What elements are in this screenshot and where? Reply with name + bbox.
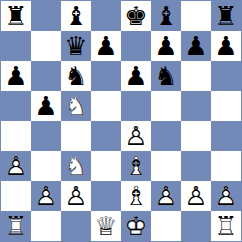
square-f7[interactable]: ♟ <box>151 31 181 61</box>
black-king-glyph: ♚ <box>124 3 147 29</box>
square-h3[interactable] <box>211 151 241 181</box>
square-f2[interactable]: ♟♙ <box>151 181 181 211</box>
square-b7[interactable] <box>31 31 61 61</box>
black-knight-glyph: ♞ <box>64 63 87 89</box>
square-a2[interactable] <box>1 181 31 211</box>
white-rook-glyph: ♖ <box>4 213 27 239</box>
square-b3[interactable] <box>31 151 61 181</box>
white-queen[interactable]: ♛♕ <box>91 211 121 241</box>
white-king[interactable]: ♚♔ <box>121 211 151 241</box>
black-knight[interactable]: ♞ <box>61 61 91 91</box>
square-c5[interactable]: ♞♘ <box>61 91 91 121</box>
white-rook-glyph: ♖ <box>214 213 237 239</box>
square-c6[interactable]: ♞ <box>61 61 91 91</box>
black-bishop-glyph: ♝ <box>64 3 87 29</box>
square-a1[interactable]: ♜♖ <box>1 211 31 241</box>
square-a8[interactable]: ♜ <box>1 1 31 31</box>
black-knight[interactable]: ♞ <box>151 61 181 91</box>
square-h4[interactable] <box>211 121 241 151</box>
square-h2[interactable]: ♟♙ <box>211 181 241 211</box>
black-rook-glyph: ♜ <box>214 3 237 29</box>
square-a3[interactable]: ♟♙ <box>1 151 31 181</box>
square-g2[interactable]: ♟♙ <box>181 181 211 211</box>
square-f1[interactable] <box>151 211 181 241</box>
black-pawn[interactable]: ♟ <box>31 91 61 121</box>
black-bishop[interactable]: ♝ <box>61 1 91 31</box>
black-pawn-glyph: ♟ <box>124 63 147 89</box>
square-a7[interactable] <box>1 31 31 61</box>
square-e3[interactable]: ♝♗ <box>121 151 151 181</box>
black-pawn-glyph: ♟ <box>94 33 117 59</box>
square-g8[interactable] <box>181 1 211 31</box>
square-f8[interactable]: ♝ <box>151 1 181 31</box>
square-d4[interactable] <box>91 121 121 151</box>
square-b8[interactable] <box>31 1 61 31</box>
black-pawn[interactable]: ♟ <box>1 61 31 91</box>
white-pawn-glyph: ♙ <box>154 183 177 209</box>
black-knight-glyph: ♞ <box>154 63 177 89</box>
white-bishop[interactable]: ♝♗ <box>121 151 151 181</box>
white-king-glyph: ♔ <box>124 213 147 239</box>
square-h5[interactable] <box>211 91 241 121</box>
square-d2[interactable] <box>91 181 121 211</box>
white-pawn[interactable]: ♟♙ <box>31 181 61 211</box>
square-c2[interactable]: ♟♙ <box>61 181 91 211</box>
square-d8[interactable] <box>91 1 121 31</box>
black-pawn-glyph: ♟ <box>214 33 237 59</box>
square-b5[interactable]: ♟ <box>31 91 61 121</box>
white-pawn-glyph: ♙ <box>64 183 87 209</box>
square-c4[interactable] <box>61 121 91 151</box>
white-bishop-glyph: ♗ <box>124 153 147 179</box>
white-rook[interactable]: ♜♖ <box>211 211 241 241</box>
square-g5[interactable] <box>181 91 211 121</box>
square-h1[interactable]: ♜♖ <box>211 211 241 241</box>
white-pawn[interactable]: ♟♙ <box>61 181 91 211</box>
square-c8[interactable]: ♝ <box>61 1 91 31</box>
black-queen-glyph: ♛ <box>64 33 87 59</box>
white-pawn-glyph: ♙ <box>124 123 147 149</box>
white-pawn-glyph: ♙ <box>184 183 207 209</box>
square-e7[interactable] <box>121 31 151 61</box>
white-pawn[interactable]: ♟♙ <box>211 181 241 211</box>
square-h6[interactable] <box>211 61 241 91</box>
square-a6[interactable]: ♟ <box>1 61 31 91</box>
square-d3[interactable] <box>91 151 121 181</box>
black-pawn[interactable]: ♟ <box>121 61 151 91</box>
square-h8[interactable]: ♜ <box>211 1 241 31</box>
black-pawn-glyph: ♟ <box>184 33 207 59</box>
white-queen-glyph: ♕ <box>94 213 117 239</box>
square-g3[interactable] <box>181 151 211 181</box>
square-e5[interactable] <box>121 91 151 121</box>
white-pawn-glyph: ♙ <box>34 183 57 209</box>
square-f6[interactable]: ♞ <box>151 61 181 91</box>
black-rook[interactable]: ♜ <box>1 1 31 31</box>
square-g7[interactable]: ♟ <box>181 31 211 61</box>
white-pawn-glyph: ♙ <box>4 153 27 179</box>
black-pawn[interactable]: ♟ <box>211 31 241 61</box>
chess-board: ♜♝♚♝♜♛♟♟♟♟♟♞♟♞♟♞♘♟♙♟♙♞♘♝♗♟♙♟♙♝♗♟♙♟♙♟♙♜♖♛… <box>0 0 242 242</box>
square-g1[interactable] <box>181 211 211 241</box>
square-f4[interactable] <box>151 121 181 151</box>
square-g6[interactable] <box>181 61 211 91</box>
black-pawn[interactable]: ♟ <box>151 31 181 61</box>
square-e1[interactable]: ♚♔ <box>121 211 151 241</box>
square-e4[interactable]: ♟♙ <box>121 121 151 151</box>
white-pawn-glyph: ♙ <box>214 183 237 209</box>
black-queen[interactable]: ♛ <box>61 31 91 61</box>
square-g4[interactable] <box>181 121 211 151</box>
black-pawn-glyph: ♟ <box>34 93 57 119</box>
square-h7[interactable]: ♟ <box>211 31 241 61</box>
black-pawn[interactable]: ♟ <box>181 31 211 61</box>
white-pawn[interactable]: ♟♙ <box>181 181 211 211</box>
square-f3[interactable] <box>151 151 181 181</box>
white-knight[interactable]: ♞♘ <box>61 151 91 181</box>
black-pawn-glyph: ♟ <box>4 63 27 89</box>
square-b6[interactable] <box>31 61 61 91</box>
white-pawn[interactable]: ♟♙ <box>121 121 151 151</box>
square-c7[interactable]: ♛ <box>61 31 91 61</box>
white-pawn[interactable]: ♟♙ <box>151 181 181 211</box>
white-bishop[interactable]: ♝♗ <box>121 181 151 211</box>
black-rook-glyph: ♜ <box>4 3 27 29</box>
black-pawn[interactable]: ♟ <box>91 31 121 61</box>
black-bishop-glyph: ♝ <box>154 3 177 29</box>
square-e6[interactable]: ♟ <box>121 61 151 91</box>
square-d6[interactable] <box>91 61 121 91</box>
square-c3[interactable]: ♞♘ <box>61 151 91 181</box>
white-knight-glyph: ♘ <box>64 93 87 119</box>
black-bishop[interactable]: ♝ <box>151 1 181 31</box>
square-e8[interactable]: ♚ <box>121 1 151 31</box>
white-pawn[interactable]: ♟♙ <box>1 151 31 181</box>
white-bishop-glyph: ♗ <box>124 183 147 209</box>
white-rook[interactable]: ♜♖ <box>1 211 31 241</box>
white-knight-glyph: ♘ <box>64 153 87 179</box>
square-d7[interactable]: ♟ <box>91 31 121 61</box>
white-knight[interactable]: ♞♘ <box>61 91 91 121</box>
square-e2[interactable]: ♝♗ <box>121 181 151 211</box>
square-d1[interactable]: ♛♕ <box>91 211 121 241</box>
square-b1[interactable] <box>31 211 61 241</box>
square-a4[interactable] <box>1 121 31 151</box>
black-rook[interactable]: ♜ <box>211 1 241 31</box>
square-b4[interactable] <box>31 121 61 151</box>
square-b2[interactable]: ♟♙ <box>31 181 61 211</box>
square-c1[interactable] <box>61 211 91 241</box>
square-a5[interactable] <box>1 91 31 121</box>
square-f5[interactable] <box>151 91 181 121</box>
square-d5[interactable] <box>91 91 121 121</box>
black-pawn-glyph: ♟ <box>154 33 177 59</box>
black-king[interactable]: ♚ <box>121 1 151 31</box>
